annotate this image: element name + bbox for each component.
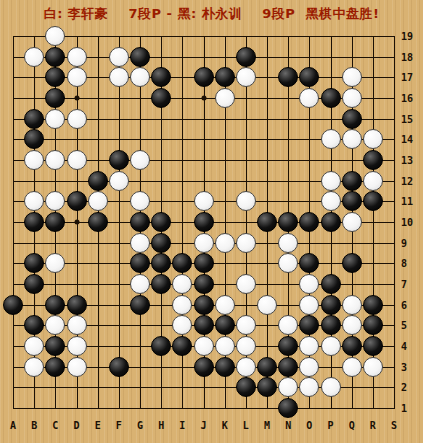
stone-black <box>215 315 235 335</box>
stone-black <box>130 295 150 315</box>
row-label-1: 1 <box>401 403 407 414</box>
stone-white <box>278 315 298 335</box>
stone-white <box>45 109 65 129</box>
stone-white <box>24 191 44 211</box>
stone-white <box>24 336 44 356</box>
stone-black <box>24 212 44 232</box>
column-label-E: E <box>95 420 101 431</box>
column-label-L: L <box>243 420 249 431</box>
stone-black <box>24 315 44 335</box>
stone-white <box>299 336 319 356</box>
stone-black <box>24 109 44 129</box>
stone-black <box>45 357 65 377</box>
stone-white <box>24 357 44 377</box>
stone-white <box>236 67 256 87</box>
stone-white <box>130 274 150 294</box>
row-label-4: 4 <box>401 341 407 352</box>
column-label-G: G <box>137 420 143 431</box>
stone-white <box>299 357 319 377</box>
stone-black <box>151 274 171 294</box>
stone-black <box>130 47 150 67</box>
stone-black <box>151 233 171 253</box>
column-label-C: C <box>52 420 58 431</box>
column-label-S: S <box>391 420 397 431</box>
column-label-J: J <box>201 420 207 431</box>
stone-white <box>130 67 150 87</box>
stone-white <box>67 109 87 129</box>
stone-white <box>45 150 65 170</box>
stone-black <box>278 336 298 356</box>
stone-white <box>67 315 87 335</box>
stone-white <box>363 171 383 191</box>
stone-white <box>215 295 235 315</box>
game-info-header: 白: 李轩豪 7段P - 黑: 朴永训 9段P 黑棋中盘胜! <box>0 0 423 28</box>
stone-black <box>130 212 150 232</box>
column-label-A: A <box>10 420 16 431</box>
stone-white <box>215 233 235 253</box>
stone-black <box>194 295 214 315</box>
stone-white <box>67 150 87 170</box>
stone-black <box>45 67 65 87</box>
stone-white <box>342 295 362 315</box>
stone-white <box>215 336 235 356</box>
stone-black <box>67 295 87 315</box>
stone-black <box>45 295 65 315</box>
stone-white <box>236 233 256 253</box>
stone-white <box>109 67 129 87</box>
stone-black <box>45 47 65 67</box>
row-label-5: 5 <box>401 320 407 331</box>
stone-white <box>321 336 341 356</box>
stone-white <box>67 47 87 67</box>
stone-white <box>363 129 383 149</box>
star-point <box>201 96 206 101</box>
stone-black <box>363 295 383 315</box>
column-label-N: N <box>285 420 291 431</box>
stone-black <box>236 377 256 397</box>
row-label-17: 17 <box>401 72 413 83</box>
row-label-8: 8 <box>401 258 407 269</box>
stone-black <box>172 336 192 356</box>
stone-white <box>257 295 277 315</box>
stone-black <box>342 253 362 273</box>
stone-white <box>236 274 256 294</box>
stone-black <box>24 129 44 149</box>
stone-black <box>363 191 383 211</box>
stone-white <box>194 191 214 211</box>
stone-white <box>321 191 341 211</box>
column-label-F: F <box>116 420 122 431</box>
row-label-9: 9 <box>401 237 407 248</box>
stone-black <box>194 315 214 335</box>
stone-white <box>236 336 256 356</box>
stone-white <box>278 233 298 253</box>
stone-white <box>321 129 341 149</box>
stone-white <box>342 357 362 377</box>
row-label-14: 14 <box>401 134 413 145</box>
stone-black <box>299 212 319 232</box>
stone-white <box>172 315 192 335</box>
stone-black <box>151 212 171 232</box>
row-label-7: 7 <box>401 279 407 290</box>
stone-black <box>215 357 235 377</box>
stone-white <box>299 274 319 294</box>
stone-white <box>342 212 362 232</box>
game-result-text: 白: 李轩豪 7段P - 黑: 朴永训 9段P 黑棋中盘胜! <box>44 5 380 23</box>
stone-white <box>299 295 319 315</box>
stone-white <box>342 67 362 87</box>
stone-black <box>172 253 192 273</box>
stone-black <box>3 295 23 315</box>
stone-white <box>321 171 341 191</box>
stone-black <box>363 315 383 335</box>
row-label-19: 19 <box>401 31 413 42</box>
stone-black <box>342 191 362 211</box>
stone-black <box>278 398 298 418</box>
stone-black <box>194 253 214 273</box>
stone-black <box>257 212 277 232</box>
stone-white <box>67 67 87 87</box>
column-label-K: K <box>222 420 228 431</box>
stone-black <box>278 212 298 232</box>
column-label-Q: Q <box>349 420 355 431</box>
row-label-12: 12 <box>401 175 413 186</box>
stone-white <box>194 233 214 253</box>
stone-white <box>172 295 192 315</box>
column-label-H: H <box>158 420 164 431</box>
stone-black <box>109 150 129 170</box>
stone-black <box>321 88 341 108</box>
stone-black <box>342 336 362 356</box>
stone-black <box>236 47 256 67</box>
stone-black <box>151 88 171 108</box>
stone-black <box>88 171 108 191</box>
stone-white <box>45 191 65 211</box>
row-label-15: 15 <box>401 113 413 124</box>
column-label-B: B <box>31 420 37 431</box>
stone-black <box>151 67 171 87</box>
stone-black <box>257 377 277 397</box>
board-gridline-horizontal <box>13 408 395 409</box>
star-point <box>74 220 79 225</box>
stone-white <box>24 150 44 170</box>
stone-black <box>299 67 319 87</box>
stone-white <box>299 88 319 108</box>
stone-white <box>172 274 192 294</box>
stone-black <box>194 212 214 232</box>
row-label-10: 10 <box>401 217 413 228</box>
stone-white <box>109 171 129 191</box>
stone-white <box>278 377 298 397</box>
stone-white <box>194 336 214 356</box>
stone-black <box>88 212 108 232</box>
stone-black <box>342 109 362 129</box>
stone-black <box>321 274 341 294</box>
stone-black <box>151 253 171 273</box>
column-label-O: O <box>306 420 312 431</box>
stone-black <box>194 274 214 294</box>
stone-white <box>67 336 87 356</box>
stone-white <box>45 253 65 273</box>
stone-black <box>299 315 319 335</box>
stone-black <box>278 357 298 377</box>
board-gridline-horizontal <box>13 36 395 37</box>
row-label-18: 18 <box>401 51 413 62</box>
column-label-R: R <box>370 420 376 431</box>
stone-white <box>342 88 362 108</box>
stone-white <box>363 357 383 377</box>
row-label-3: 3 <box>401 361 407 372</box>
stone-white <box>24 47 44 67</box>
stone-white <box>236 191 256 211</box>
stone-black <box>257 357 277 377</box>
row-label-6: 6 <box>401 299 407 310</box>
row-label-11: 11 <box>401 196 413 207</box>
stone-white <box>109 47 129 67</box>
stone-black <box>109 357 129 377</box>
stone-white <box>299 377 319 397</box>
star-point <box>74 96 79 101</box>
stone-white <box>342 315 362 335</box>
row-label-2: 2 <box>401 382 407 393</box>
stone-black <box>151 336 171 356</box>
column-label-I: I <box>179 420 185 431</box>
stone-black <box>24 274 44 294</box>
stone-white <box>88 191 108 211</box>
stone-black <box>299 253 319 273</box>
stone-black <box>45 336 65 356</box>
stone-white <box>236 315 256 335</box>
stone-black <box>45 88 65 108</box>
stone-black <box>130 253 150 273</box>
stone-white <box>45 26 65 46</box>
stone-black <box>363 336 383 356</box>
stone-white <box>215 88 235 108</box>
stone-black <box>278 67 298 87</box>
stone-white <box>278 253 298 273</box>
stone-black <box>194 357 214 377</box>
stone-black <box>342 171 362 191</box>
stone-black <box>321 295 341 315</box>
go-app-window: 白: 李轩豪 7段P - 黑: 朴永训 9段P 黑棋中盘胜! ABCDEFGHI… <box>0 0 423 443</box>
stone-white <box>236 357 256 377</box>
stone-white <box>342 129 362 149</box>
stone-black <box>321 212 341 232</box>
stone-white <box>130 150 150 170</box>
stone-white <box>67 357 87 377</box>
stone-black <box>321 315 341 335</box>
stone-black <box>24 253 44 273</box>
column-label-P: P <box>328 420 334 431</box>
column-label-M: M <box>264 420 270 431</box>
stone-white <box>130 191 150 211</box>
stone-white <box>45 315 65 335</box>
stone-black <box>194 67 214 87</box>
stone-white <box>321 377 341 397</box>
stone-white <box>130 233 150 253</box>
stone-black <box>363 150 383 170</box>
stone-black <box>45 212 65 232</box>
stone-black <box>67 191 87 211</box>
column-label-D: D <box>73 420 79 431</box>
row-label-13: 13 <box>401 155 413 166</box>
stone-black <box>215 67 235 87</box>
row-label-16: 16 <box>401 93 413 104</box>
